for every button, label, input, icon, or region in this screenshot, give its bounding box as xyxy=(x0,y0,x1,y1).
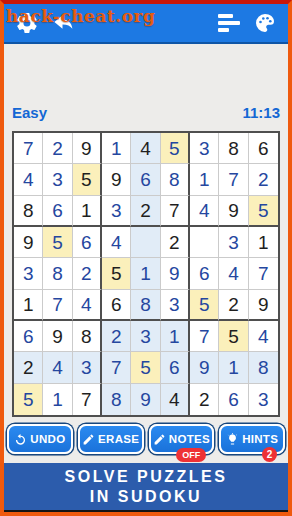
erase-button-wrap: ERASE xyxy=(78,424,144,454)
undo-icon xyxy=(14,433,27,446)
cell-r4c9[interactable]: 1 xyxy=(249,227,278,258)
hints-button-label: HINTS xyxy=(242,433,278,445)
cell-r4c2[interactable]: 5 xyxy=(43,227,72,258)
cell-r7c4[interactable]: 2 xyxy=(102,321,131,352)
cell-r1c1[interactable]: 7 xyxy=(14,133,43,164)
cell-r6c6[interactable]: 3 xyxy=(161,290,190,321)
ad-banner[interactable]: SOLVE PUZZLES IN SUDOKU xyxy=(4,463,288,512)
cell-r2c7[interactable]: 1 xyxy=(190,164,219,195)
erase-icon xyxy=(82,433,95,446)
cell-r7c9[interactable]: 4 xyxy=(249,321,278,352)
cell-r7c8[interactable]: 5 xyxy=(219,321,248,352)
cell-r6c2[interactable]: 7 xyxy=(43,290,72,321)
stats-icon xyxy=(218,14,240,32)
cell-r2c3[interactable]: 5 xyxy=(73,164,102,195)
cell-r6c4[interactable]: 6 xyxy=(102,290,131,321)
cell-r5c6[interactable]: 9 xyxy=(161,258,190,289)
cell-r3c5[interactable]: 2 xyxy=(131,196,160,227)
cell-r9c6[interactable]: 4 xyxy=(161,384,190,415)
palette-icon xyxy=(253,11,277,35)
undo-move-button[interactable] xyxy=(50,10,76,36)
cell-r2c4[interactable]: 9 xyxy=(102,164,131,195)
app-bar xyxy=(4,4,288,44)
cell-r6c1[interactable]: 1 xyxy=(14,290,43,321)
cell-r8c1[interactable]: 2 xyxy=(14,352,43,383)
cell-r9c4[interactable]: 8 xyxy=(102,384,131,415)
cell-r5c1[interactable]: 3 xyxy=(14,258,43,289)
cell-r7c2[interactable]: 9 xyxy=(43,321,72,352)
cell-r5c3[interactable]: 2 xyxy=(73,258,102,289)
cell-r8c3[interactable]: 3 xyxy=(73,352,102,383)
hints-button-wrap: HINTS 2 xyxy=(219,424,285,454)
undo-button-wrap: UNDO xyxy=(7,424,73,454)
cell-r9c9[interactable]: 3 xyxy=(249,384,278,415)
cell-r1c6[interactable]: 5 xyxy=(161,133,190,164)
cell-r7c7[interactable]: 7 xyxy=(190,321,219,352)
cell-r3c6[interactable]: 7 xyxy=(161,196,190,227)
gear-icon xyxy=(15,11,39,35)
cell-r3c3[interactable]: 1 xyxy=(73,196,102,227)
cell-r8c5[interactable]: 5 xyxy=(131,352,160,383)
undo-button[interactable]: UNDO xyxy=(7,424,73,454)
cell-r3c8[interactable]: 9 xyxy=(219,196,248,227)
cell-r3c4[interactable]: 3 xyxy=(102,196,131,227)
cell-r4c6[interactable]: 2 xyxy=(161,227,190,258)
cell-r6c9[interactable]: 9 xyxy=(249,290,278,321)
cell-r9c1[interactable]: 5 xyxy=(14,384,43,415)
difficulty-label: Easy xyxy=(12,104,47,121)
cell-r6c7[interactable]: 5 xyxy=(190,290,219,321)
undo-button-label: UNDO xyxy=(30,433,65,445)
cell-r8c8[interactable]: 1 xyxy=(219,352,248,383)
app-screen: hack-cheat.org Easy 11:13 72914538643596… xyxy=(0,0,292,516)
cell-r2c1[interactable]: 4 xyxy=(14,164,43,195)
cell-r6c5[interactable]: 8 xyxy=(131,290,160,321)
cell-r5c9[interactable]: 7 xyxy=(249,258,278,289)
hints-count-badge: 2 xyxy=(262,447,277,462)
cell-r3c9[interactable]: 5 xyxy=(249,196,278,227)
notes-off-badge: OFF xyxy=(176,448,206,462)
cell-r3c1[interactable]: 8 xyxy=(14,196,43,227)
cell-r4c5[interactable] xyxy=(131,227,160,258)
cell-r3c2[interactable]: 6 xyxy=(43,196,72,227)
cell-r2c8[interactable]: 7 xyxy=(219,164,248,195)
cell-r1c3[interactable]: 9 xyxy=(73,133,102,164)
settings-button[interactable] xyxy=(14,10,40,36)
notes-icon xyxy=(153,433,166,446)
stats-button[interactable] xyxy=(216,10,242,36)
cell-r9c2[interactable]: 1 xyxy=(43,384,72,415)
cell-r4c4[interactable]: 4 xyxy=(102,227,131,258)
cell-r9c8[interactable]: 6 xyxy=(219,384,248,415)
theme-button[interactable] xyxy=(252,10,278,36)
cell-r4c1[interactable]: 9 xyxy=(14,227,43,258)
cell-r8c6[interactable]: 6 xyxy=(161,352,190,383)
cell-r3c7[interactable]: 4 xyxy=(190,196,219,227)
sudoku-board: 7291453864359681728613274959564231382519… xyxy=(12,131,280,417)
erase-button-label: ERASE xyxy=(98,433,139,445)
cell-r1c5[interactable]: 4 xyxy=(131,133,160,164)
cell-r2c5[interactable]: 6 xyxy=(131,164,160,195)
undo-arrow-icon xyxy=(51,11,75,35)
cell-r4c7[interactable] xyxy=(190,227,219,258)
hints-icon xyxy=(226,433,239,446)
cell-r6c8[interactable]: 2 xyxy=(219,290,248,321)
cell-r9c5[interactable]: 9 xyxy=(131,384,160,415)
cell-r5c8[interactable]: 4 xyxy=(219,258,248,289)
cell-r2c6[interactable]: 8 xyxy=(161,164,190,195)
timer: 11:13 xyxy=(242,104,280,121)
cell-r8c2[interactable]: 4 xyxy=(43,352,72,383)
cell-r7c3[interactable]: 8 xyxy=(73,321,102,352)
cell-r2c2[interactable]: 3 xyxy=(43,164,72,195)
cell-r8c4[interactable]: 7 xyxy=(102,352,131,383)
cell-r5c7[interactable]: 6 xyxy=(190,258,219,289)
cell-r9c3[interactable]: 7 xyxy=(73,384,102,415)
cell-r6c3[interactable]: 4 xyxy=(73,290,102,321)
erase-button[interactable]: ERASE xyxy=(78,424,144,454)
cell-r8c9[interactable]: 8 xyxy=(249,352,278,383)
cell-r9c7[interactable]: 2 xyxy=(190,384,219,415)
cell-r7c5[interactable]: 3 xyxy=(131,321,160,352)
cell-r1c9[interactable]: 6 xyxy=(249,133,278,164)
cell-r4c3[interactable]: 6 xyxy=(73,227,102,258)
cell-r1c7[interactable]: 3 xyxy=(190,133,219,164)
cell-r1c8[interactable]: 8 xyxy=(219,133,248,164)
cell-r5c2[interactable]: 8 xyxy=(43,258,72,289)
cell-r7c1[interactable]: 6 xyxy=(14,321,43,352)
cell-r1c4[interactable]: 1 xyxy=(102,133,131,164)
notes-button-wrap: NOTES OFF xyxy=(149,424,215,454)
cell-r2c9[interactable]: 2 xyxy=(249,164,278,195)
control-bar: UNDO ERASE NOTES OFF xyxy=(7,424,285,454)
notes-button-label: NOTES xyxy=(169,433,210,445)
cell-r8c7[interactable]: 9 xyxy=(190,352,219,383)
ad-banner-line2: IN SUDOKU xyxy=(90,487,202,507)
status-row: Easy 11:13 xyxy=(12,104,280,121)
cell-r5c4[interactable]: 5 xyxy=(102,258,131,289)
cell-r7c6[interactable]: 1 xyxy=(161,321,190,352)
ad-banner-line1: SOLVE PUZZLES xyxy=(65,467,228,487)
cell-r4c8[interactable]: 3 xyxy=(219,227,248,258)
cell-r1c2[interactable]: 2 xyxy=(43,133,72,164)
cell-r5c5[interactable]: 1 xyxy=(131,258,160,289)
